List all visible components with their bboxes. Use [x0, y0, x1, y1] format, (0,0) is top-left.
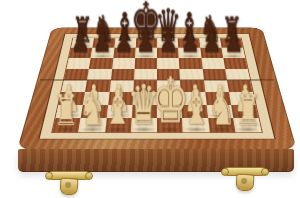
square-a6 — [67, 58, 91, 69]
white-rook: ♜ — [53, 89, 78, 131]
square-f7: ♟ — [178, 48, 201, 58]
square-b6 — [89, 58, 113, 69]
white-knight: ♞ — [209, 86, 236, 131]
black-pawn: ♟ — [92, 25, 111, 57]
white-knight: ♞ — [78, 86, 105, 131]
white-rook: ♜ — [236, 89, 261, 131]
square-g1: ♞ — [208, 118, 236, 132]
square-b7: ♟ — [91, 48, 114, 58]
white-bishop: ♝ — [182, 84, 210, 132]
square-c6 — [112, 58, 135, 69]
black-pawn: ♟ — [181, 25, 200, 57]
chess-board: ♜♞♝♚♛♝♞♜♟♟♟♟♟♟♟♟♟♟♟♟♟♟♟♟♜♞♝♛♚♝♞♜ — [17, 27, 297, 149]
square-a7: ♟ — [69, 48, 93, 58]
product-photo-scene: ♜♞♝♚♛♝♞♜♟♟♟♟♟♟♟♟♟♟♟♟♟♟♟♟♜♞♝♛♚♝♞♜ — [0, 0, 300, 198]
square-e1: ♚ — [157, 118, 183, 132]
board-inner-border: ♜♞♝♚♛♝♞♜♟♟♟♟♟♟♟♟♟♟♟♟♟♟♟♟♜♞♝♛♚♝♞♜ — [38, 34, 275, 140]
brass-latch-left — [46, 169, 90, 197]
black-pawn: ♟ — [136, 25, 155, 57]
square-e7: ♟ — [157, 48, 179, 58]
brass-latch-right — [222, 165, 266, 193]
square-b1: ♞ — [79, 118, 107, 132]
black-pawn: ♟ — [203, 25, 222, 57]
black-pawn: ♟ — [70, 25, 89, 57]
square-f1: ♝ — [182, 118, 209, 132]
black-pawn: ♟ — [114, 25, 133, 57]
latch-clasp — [60, 178, 79, 196]
square-h7: ♟ — [221, 48, 245, 58]
latch-clasp — [236, 174, 255, 192]
square-d7: ♟ — [135, 48, 157, 58]
board-grid: ♜♞♝♚♛♝♞♜♟♟♟♟♟♟♟♟♟♟♟♟♟♟♟♟♜♞♝♛♚♝♞♜ — [51, 38, 263, 133]
square-g7: ♟ — [200, 48, 223, 58]
black-pawn: ♟ — [225, 25, 244, 57]
square-h6 — [223, 58, 247, 69]
square-a1: ♜ — [52, 118, 81, 132]
square-h1: ♜ — [233, 118, 262, 132]
square-c7: ♟ — [113, 48, 136, 58]
square-g6 — [201, 58, 225, 69]
black-pawn: ♟ — [158, 25, 177, 57]
